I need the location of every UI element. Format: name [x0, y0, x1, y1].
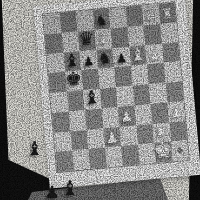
- piece-black-knight-d8[interactable]: ♞: [95, 12, 109, 27]
- square-d3[interactable]: [101, 107, 119, 128]
- captured-black-pawn[interactable]: ♟: [44, 184, 59, 200]
- square-e4[interactable]: [116, 86, 134, 107]
- square-h4[interactable]: [165, 81, 183, 102]
- square-a2[interactable]: [54, 131, 72, 152]
- square-a6[interactable]: [47, 52, 65, 73]
- board-maker-emblem-icon: ❖: [175, 145, 184, 156]
- table-edge-left-strip: [0, 0, 10, 200]
- piece-white-bishop-f6[interactable]: ♝: [129, 46, 146, 64]
- piece-black-pawn-e6[interactable]: ♟: [116, 52, 128, 65]
- captured-black-bishop[interactable]: ♝: [26, 139, 43, 158]
- square-e5[interactable]: [114, 66, 132, 87]
- chess-photo-scene: ♞♛♜♛♝♝♟♞♟♝♟♚♝♟♟♟♜♚❖ ♝♟♝: [0, 0, 200, 200]
- square-a1[interactable]: [56, 151, 74, 172]
- square-a5[interactable]: [48, 72, 66, 93]
- square-e1[interactable]: [121, 145, 139, 166]
- square-e2[interactable]: [119, 125, 137, 146]
- square-a8[interactable]: [43, 13, 61, 34]
- square-g4[interactable]: [149, 83, 167, 104]
- square-f2[interactable]: [136, 124, 154, 145]
- piece-black-pawn-c6[interactable]: ♟: [83, 55, 95, 68]
- piece-white-pawn-e3[interactable]: ♟: [120, 110, 134, 125]
- piece-white-pawn-d2[interactable]: ♟: [105, 130, 119, 145]
- piece-white-pawn-g6[interactable]: ♟: [148, 49, 160, 62]
- square-f4[interactable]: [132, 84, 150, 105]
- piece-black-knight-d6[interactable]: ♞: [98, 50, 113, 66]
- board-edge-printing: [184, 41, 190, 79]
- square-b2[interactable]: [70, 130, 88, 151]
- square-f3[interactable]: [134, 104, 152, 125]
- square-b1[interactable]: [72, 149, 90, 170]
- square-c2[interactable]: [87, 128, 105, 149]
- chess-board: ♞♛♜♛♝♝♟♞♟♝♟♚♝♟♟♟♜♚❖: [33, 0, 200, 189]
- square-a7[interactable]: [45, 33, 63, 54]
- square-e7[interactable]: [111, 27, 129, 48]
- square-a4[interactable]: [50, 92, 68, 113]
- square-d1[interactable]: [105, 146, 123, 167]
- square-d4[interactable]: [99, 87, 117, 108]
- piece-white-queen-g8[interactable]: ♛: [142, 5, 158, 23]
- square-b4[interactable]: [67, 90, 85, 111]
- square-c1[interactable]: [88, 148, 106, 169]
- square-c3[interactable]: [85, 108, 103, 129]
- piece-black-king-b5[interactable]: ♚: [65, 70, 83, 90]
- captured-black-bishop[interactable]: ♝: [61, 178, 79, 198]
- square-d5[interactable]: [98, 68, 116, 89]
- square-h5[interactable]: [163, 62, 181, 83]
- square-g7[interactable]: [143, 24, 161, 45]
- square-b3[interactable]: [68, 110, 86, 131]
- piece-black-bishop-c4[interactable]: ♝: [83, 88, 101, 108]
- piece-white-bishop-d7[interactable]: ♝: [95, 30, 111, 48]
- square-h6[interactable]: [162, 42, 180, 63]
- square-b8[interactable]: [59, 12, 77, 33]
- board-grid: ♞♛♜♛♝♝♟♞♟♝♟♚♝♟♟♟♜♚❖: [43, 3, 189, 172]
- piece-white-pawn-h3[interactable]: ♟: [169, 105, 183, 120]
- square-a3[interactable]: [52, 111, 70, 132]
- square-f8[interactable]: [125, 6, 143, 27]
- square-e8[interactable]: [109, 7, 127, 28]
- square-g5[interactable]: [147, 63, 165, 84]
- piece-black-queen-c7[interactable]: ♛: [78, 30, 95, 49]
- square-h7[interactable]: [160, 22, 178, 43]
- square-f5[interactable]: [131, 65, 149, 86]
- piece-white-rook-h8[interactable]: ♜: [161, 7, 174, 22]
